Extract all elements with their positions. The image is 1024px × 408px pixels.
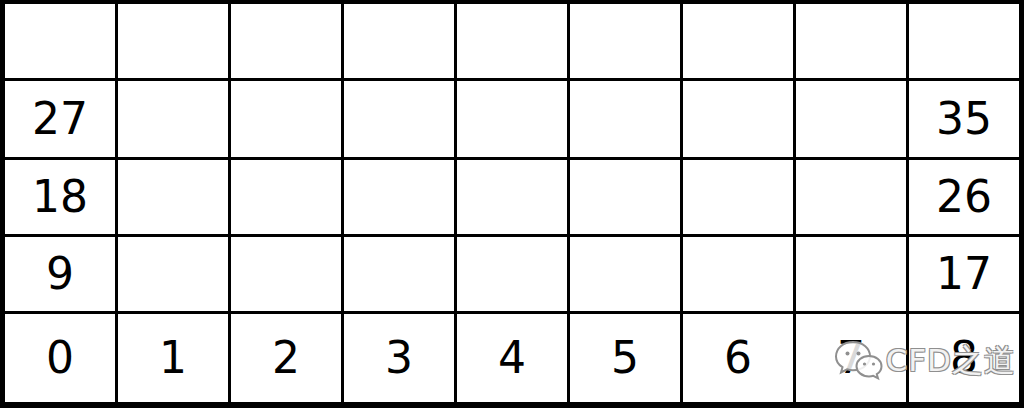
cell-r1c3 (344, 81, 454, 157)
cell-r3c4 (457, 237, 567, 311)
cell-r0c6 (683, 4, 793, 78)
cell-r1c6 (683, 81, 793, 157)
cell-r3c1 (118, 237, 228, 311)
cell-r4c2: 2 (231, 314, 341, 402)
cell-r3c7 (796, 237, 906, 311)
cell-r2c8: 26 (909, 160, 1019, 234)
cell-r3c5 (570, 237, 680, 311)
cell-r1c1 (118, 81, 228, 157)
cell-r1c5 (570, 81, 680, 157)
cell-r1c0: 27 (5, 81, 115, 157)
cell-r0c2 (231, 4, 341, 78)
cell-r2c0: 18 (5, 160, 115, 234)
cell-r4c1: 1 (118, 314, 228, 402)
cell-r0c1 (118, 4, 228, 78)
cell-r4c6: 6 (683, 314, 793, 402)
cell-r2c3 (344, 160, 454, 234)
cell-r2c5 (570, 160, 680, 234)
cell-r0c5 (570, 4, 680, 78)
cell-r2c2 (231, 160, 341, 234)
cell-r1c7 (796, 81, 906, 157)
cell-r1c4 (457, 81, 567, 157)
cell-r2c6 (683, 160, 793, 234)
cell-r3c6 (683, 237, 793, 311)
cell-r4c3: 3 (344, 314, 454, 402)
cell-r0c8 (909, 4, 1019, 78)
cell-r2c1 (118, 160, 228, 234)
cell-r3c0: 9 (5, 237, 115, 311)
cell-r2c4 (457, 160, 567, 234)
cell-r3c2 (231, 237, 341, 311)
cell-r4c8: 8 (909, 314, 1019, 402)
cell-r1c8: 35 (909, 81, 1019, 157)
cell-r4c4: 4 (457, 314, 567, 402)
cell-r4c7: 7 (796, 314, 906, 402)
cell-r4c5: 5 (570, 314, 680, 402)
cell-r0c4 (457, 4, 567, 78)
cell-r4c0: 0 (5, 314, 115, 402)
cell-r3c8: 17 (909, 237, 1019, 311)
cell-r3c3 (344, 237, 454, 311)
mesh-grid: 27 35 18 26 9 17 0 1 2 3 4 5 6 7 8 (0, 0, 1024, 408)
cell-r0c3 (344, 4, 454, 78)
cell-r2c7 (796, 160, 906, 234)
cell-r0c0 (5, 4, 115, 78)
cell-r1c2 (231, 81, 341, 157)
cell-r0c7 (796, 4, 906, 78)
